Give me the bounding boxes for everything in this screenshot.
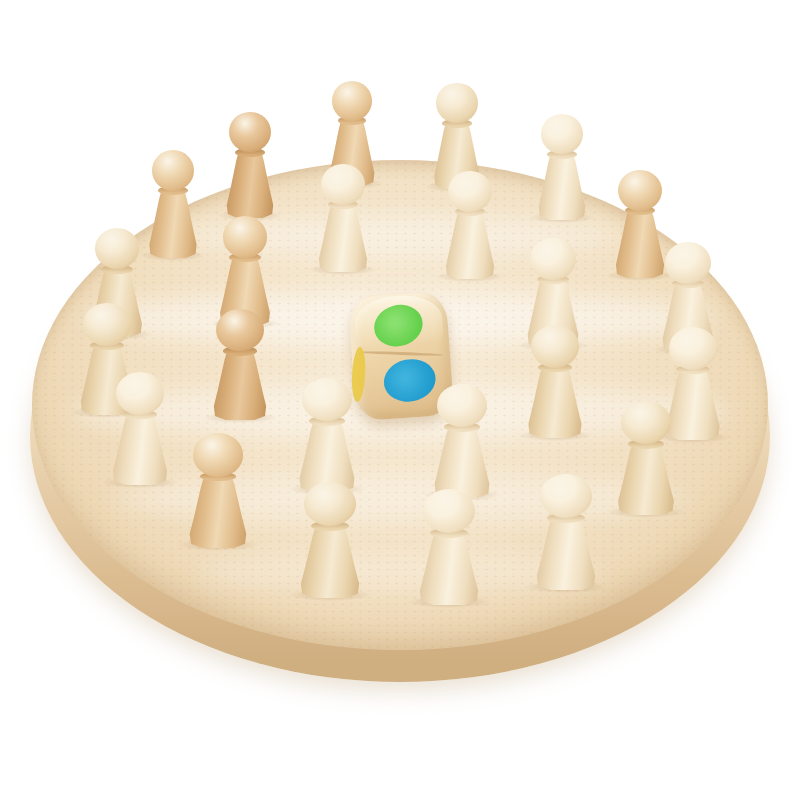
peg-body — [533, 519, 599, 590]
peg-head — [436, 83, 477, 123]
peg-body — [525, 369, 585, 438]
peg-head — [665, 242, 711, 284]
peg-outer-5[interactable] — [535, 114, 590, 220]
peg-head — [321, 164, 364, 205]
peg-body — [443, 213, 498, 279]
peg-outer-10[interactable] — [532, 474, 601, 590]
peg-inner-1[interactable] — [315, 164, 372, 272]
peg-body — [109, 416, 170, 485]
memory-chess-scene — [0, 0, 800, 800]
peg-head — [621, 401, 671, 444]
peg-inner-6[interactable] — [295, 378, 360, 492]
peg-head — [618, 170, 661, 211]
peg-head — [423, 489, 475, 533]
peg-body — [297, 527, 363, 598]
peg-body — [224, 153, 277, 218]
peg-body — [536, 155, 589, 220]
peg-head — [223, 216, 268, 258]
peg-head — [540, 474, 592, 518]
peg-head — [332, 81, 372, 121]
peg-body — [614, 445, 677, 515]
peg-body — [316, 206, 371, 272]
peg-head — [448, 171, 491, 212]
peg-inner-4[interactable] — [524, 325, 587, 438]
peg-head — [531, 325, 579, 368]
peg-body — [416, 534, 482, 605]
peg-head — [152, 150, 195, 191]
peg-body — [146, 192, 200, 258]
peg-inner-7[interactable] — [209, 309, 271, 420]
peg-outer-14[interactable] — [108, 372, 172, 485]
peg-head — [83, 303, 130, 346]
peg-head — [669, 327, 717, 370]
peg-outer-9[interactable] — [613, 401, 679, 515]
peg-body — [431, 428, 493, 498]
peg-outer-13[interactable] — [185, 433, 252, 548]
peg-inner-2[interactable] — [442, 171, 499, 279]
peg-outer-1[interactable] — [145, 150, 201, 258]
peg-outer-2[interactable] — [223, 112, 278, 218]
peg-inner-5[interactable] — [430, 384, 495, 498]
peg-head — [95, 228, 140, 269]
peg-head — [302, 378, 351, 421]
peg-head — [541, 114, 583, 154]
peg-head — [116, 372, 165, 415]
peg-body — [186, 477, 250, 548]
peg-head — [216, 309, 263, 351]
peg-head — [193, 433, 244, 477]
peg-head — [530, 238, 576, 280]
peg-outer-11[interactable] — [415, 489, 484, 605]
peg-outer-12[interactable] — [296, 482, 365, 598]
peg-head — [437, 384, 486, 427]
peg-head — [304, 482, 356, 526]
peg-body — [210, 352, 270, 420]
peg-head — [229, 112, 271, 152]
